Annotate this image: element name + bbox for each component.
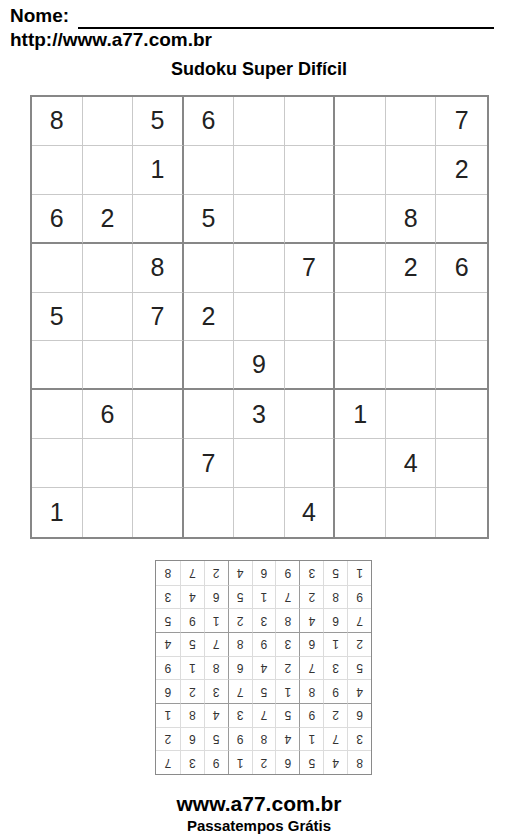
- cell-r8c3[interactable]: [133, 439, 184, 488]
- solution-cell-r2c3: 1: [299, 727, 323, 751]
- solution-cell-r3c1: 6: [347, 703, 371, 727]
- cell-r3c9[interactable]: [436, 195, 487, 244]
- cell-r1c3[interactable]: 5: [133, 97, 184, 146]
- cell-r2c8[interactable]: [386, 146, 437, 195]
- cell-r3c5[interactable]: [234, 195, 285, 244]
- solution-cell-r7c8: 9: [180, 608, 204, 632]
- cell-r4c4[interactable]: [184, 244, 235, 293]
- solution-grid-rotated: 8456219373714895626295734814981573265372…: [155, 560, 372, 775]
- cell-r9c4[interactable]: [184, 488, 235, 537]
- solution-cell-r4c1: 4: [347, 679, 371, 703]
- solution-cell-r8c7: 6: [204, 585, 228, 609]
- cell-r6c2[interactable]: [83, 341, 134, 390]
- cell-r6c5[interactable]: 9: [234, 341, 285, 390]
- solution-cell-r2c5: 8: [252, 727, 276, 751]
- solution-cell-r4c8: 2: [180, 679, 204, 703]
- solution-cell-r2c9: 2: [156, 727, 180, 751]
- cell-r4c6[interactable]: 7: [285, 244, 336, 293]
- solution-cell-r1c4: 6: [275, 750, 299, 774]
- solution-cell-r1c9: 7: [156, 750, 180, 774]
- name-label: Nome:: [10, 5, 69, 27]
- cell-r7c8[interactable]: [386, 390, 437, 439]
- solution-cell-r7c7: 1: [204, 608, 228, 632]
- cell-r2c9[interactable]: 2: [436, 146, 487, 195]
- solution-cell-r9c8: 7: [180, 561, 204, 585]
- cell-r2c1[interactable]: [32, 146, 83, 195]
- solution-cell-r9c9: 8: [156, 561, 180, 585]
- cell-r9c3[interactable]: [133, 488, 184, 537]
- cell-r1c4[interactable]: 6: [184, 97, 235, 146]
- solution-cell-r5c3: 7: [299, 656, 323, 680]
- solution-cell-r4c9: 6: [156, 679, 180, 703]
- solution-cell-r4c5: 5: [252, 679, 276, 703]
- cell-r5c9[interactable]: [436, 293, 487, 342]
- solution-cell-r5c5: 4: [252, 656, 276, 680]
- cell-r3c8[interactable]: 8: [386, 195, 437, 244]
- footer-tagline: Passatempos Grátis: [0, 817, 518, 834]
- cell-r6c6[interactable]: [285, 341, 336, 390]
- cell-r2c7[interactable]: [335, 146, 386, 195]
- solution-cell-r8c5: 1: [252, 585, 276, 609]
- solution-cell-r8c3: 2: [299, 585, 323, 609]
- cell-r9c9[interactable]: [436, 488, 487, 537]
- cell-r1c8[interactable]: [386, 97, 437, 146]
- cell-r4c3[interactable]: 8: [133, 244, 184, 293]
- solution-cell-r8c4: 7: [275, 585, 299, 609]
- cell-r7c9[interactable]: [436, 390, 487, 439]
- cell-r8c1[interactable]: [32, 439, 83, 488]
- solution-cell-r8c8: 4: [180, 585, 204, 609]
- cell-r2c4[interactable]: [184, 146, 235, 195]
- solution-cell-r6c1: 2: [347, 632, 371, 656]
- solution-cell-r5c4: 2: [275, 656, 299, 680]
- cell-r4c8[interactable]: 2: [386, 244, 437, 293]
- cell-r8c2[interactable]: [83, 439, 134, 488]
- solution-cell-r3c6: 3: [228, 703, 252, 727]
- solution-cell-r6c7: 7: [204, 632, 228, 656]
- cell-r1c5[interactable]: [234, 97, 285, 146]
- solution-cell-r5c7: 8: [204, 656, 228, 680]
- cell-r5c4[interactable]: 2: [184, 293, 235, 342]
- solution-cell-r7c1: 7: [347, 608, 371, 632]
- cell-r7c7[interactable]: 1: [335, 390, 386, 439]
- solution-cell-r9c4: 9: [275, 561, 299, 585]
- solution-cell-r7c9: 5: [156, 608, 180, 632]
- cell-r8c4[interactable]: 7: [184, 439, 235, 488]
- cell-r6c4[interactable]: [184, 341, 235, 390]
- solution-cell-r1c5: 2: [252, 750, 276, 774]
- solution-cell-r6c3: 6: [299, 632, 323, 656]
- page-title: Sudoku Super Difícil: [0, 59, 518, 80]
- solution-cell-r7c4: 8: [275, 608, 299, 632]
- solution-cell-r4c4: 1: [275, 679, 299, 703]
- solution-cell-r3c9: 1: [156, 703, 180, 727]
- solution-cell-r2c4: 4: [275, 727, 299, 751]
- cell-r9c5[interactable]: [234, 488, 285, 537]
- cell-r8c6[interactable]: [285, 439, 336, 488]
- solution-cell-r7c3: 4: [299, 608, 323, 632]
- solution-cell-r3c8: 8: [180, 703, 204, 727]
- cell-r1c2[interactable]: [83, 97, 134, 146]
- cell-r3c4[interactable]: 5: [184, 195, 235, 244]
- solution-cell-r6c8: 5: [180, 632, 204, 656]
- solution-cell-r1c2: 4: [323, 750, 347, 774]
- solution-cell-r2c8: 6: [180, 727, 204, 751]
- solution-cell-r6c6: 8: [228, 632, 252, 656]
- site-url: http://www.a77.com.br: [10, 29, 212, 51]
- solution-cell-r6c5: 9: [252, 632, 276, 656]
- solution-cell-r3c7: 4: [204, 703, 228, 727]
- solution-cell-r3c2: 2: [323, 703, 347, 727]
- sudoku-grid: 8567126258872657296317414: [30, 95, 489, 539]
- solution-cell-r5c9: 9: [156, 656, 180, 680]
- solution-cell-r2c6: 9: [228, 727, 252, 751]
- solution-cell-r9c7: 2: [204, 561, 228, 585]
- solution-cell-r2c1: 3: [347, 727, 371, 751]
- cell-r3c2[interactable]: 2: [83, 195, 134, 244]
- cell-r2c6[interactable]: [285, 146, 336, 195]
- cell-r6c8[interactable]: [386, 341, 437, 390]
- cell-r5c6[interactable]: [285, 293, 336, 342]
- cell-r6c7[interactable]: [335, 341, 386, 390]
- solution-cell-r8c6: 5: [228, 585, 252, 609]
- cell-r3c6[interactable]: [285, 195, 336, 244]
- solution-cell-r4c6: 7: [228, 679, 252, 703]
- cell-r4c7[interactable]: [335, 244, 386, 293]
- cell-r5c5[interactable]: [234, 293, 285, 342]
- solution-cell-r2c2: 7: [323, 727, 347, 751]
- cell-r2c2[interactable]: [83, 146, 134, 195]
- solution-cell-r3c4: 5: [275, 703, 299, 727]
- solution-cell-r3c3: 9: [299, 703, 323, 727]
- cell-r7c2[interactable]: 6: [83, 390, 134, 439]
- cell-r9c8[interactable]: [386, 488, 437, 537]
- solution-cell-r1c8: 3: [180, 750, 204, 774]
- cell-r9c2[interactable]: [83, 488, 134, 537]
- cell-r4c5[interactable]: [234, 244, 285, 293]
- solution-cell-r1c7: 9: [204, 750, 228, 774]
- solution-cell-r7c5: 3: [252, 608, 276, 632]
- cell-r8c5[interactable]: [234, 439, 285, 488]
- solution-cell-r5c2: 3: [323, 656, 347, 680]
- solution-cell-r4c7: 3: [204, 679, 228, 703]
- cell-r5c2[interactable]: [83, 293, 134, 342]
- cell-r5c7[interactable]: [335, 293, 386, 342]
- solution-cell-r9c6: 4: [228, 561, 252, 585]
- solution-cell-r6c4: 3: [275, 632, 299, 656]
- solution-cell-r9c1: 1: [347, 561, 371, 585]
- footer-site: www.a77.com.br: [0, 792, 518, 816]
- solution-cell-r3c5: 7: [252, 703, 276, 727]
- cell-r4c2[interactable]: [83, 244, 134, 293]
- solution-cell-r1c6: 1: [228, 750, 252, 774]
- cell-r8c8[interactable]: 4: [386, 439, 437, 488]
- cell-r5c1[interactable]: 5: [32, 293, 83, 342]
- solution-cell-r9c5: 6: [252, 561, 276, 585]
- cell-r2c3[interactable]: 1: [133, 146, 184, 195]
- cell-r6c1[interactable]: [32, 341, 83, 390]
- solution-cell-r8c1: 9: [347, 585, 371, 609]
- solution-cell-r6c9: 4: [156, 632, 180, 656]
- cell-r2c5[interactable]: [234, 146, 285, 195]
- solution-cell-r5c6: 6: [228, 656, 252, 680]
- solution-cell-r1c1: 8: [347, 750, 371, 774]
- cell-r1c6[interactable]: [285, 97, 336, 146]
- solution-cell-r1c3: 5: [299, 750, 323, 774]
- cell-r3c7[interactable]: [335, 195, 386, 244]
- solution-cell-r7c2: 6: [323, 608, 347, 632]
- solution-cell-r8c9: 3: [156, 585, 180, 609]
- cell-r7c6[interactable]: [285, 390, 336, 439]
- solution-cell-r8c2: 8: [323, 585, 347, 609]
- cell-r4c9[interactable]: 6: [436, 244, 487, 293]
- cell-r8c9[interactable]: [436, 439, 487, 488]
- cell-r3c3[interactable]: [133, 195, 184, 244]
- solution-cell-r4c3: 8: [299, 679, 323, 703]
- solution-cell-r7c6: 2: [228, 608, 252, 632]
- cell-r5c3[interactable]: 7: [133, 293, 184, 342]
- cell-r7c4[interactable]: [184, 390, 235, 439]
- solution-cell-r5c8: 1: [180, 656, 204, 680]
- cell-r3c1[interactable]: 6: [32, 195, 83, 244]
- solution-cell-r5c1: 5: [347, 656, 371, 680]
- solution-cell-r9c2: 5: [323, 561, 347, 585]
- cell-r1c7[interactable]: [335, 97, 386, 146]
- name-fill-line: [78, 9, 494, 29]
- cell-r6c3[interactable]: [133, 341, 184, 390]
- cell-r5c8[interactable]: [386, 293, 437, 342]
- cell-r1c1[interactable]: 8: [32, 97, 83, 146]
- cell-r7c1[interactable]: [32, 390, 83, 439]
- cell-r7c5[interactable]: 3: [234, 390, 285, 439]
- solution-cell-r9c3: 3: [299, 561, 323, 585]
- cell-r8c7[interactable]: [335, 439, 386, 488]
- solution-cell-r2c7: 5: [204, 727, 228, 751]
- cell-r9c1[interactable]: 1: [32, 488, 83, 537]
- solution-cell-r6c2: 1: [323, 632, 347, 656]
- cell-r9c6[interactable]: 4: [285, 488, 336, 537]
- cell-r1c9[interactable]: 7: [436, 97, 487, 146]
- cell-r6c9[interactable]: [436, 341, 487, 390]
- cell-r7c3[interactable]: [133, 390, 184, 439]
- cell-r4c1[interactable]: [32, 244, 83, 293]
- cell-r9c7[interactable]: [335, 488, 386, 537]
- solution-cell-r4c2: 9: [323, 679, 347, 703]
